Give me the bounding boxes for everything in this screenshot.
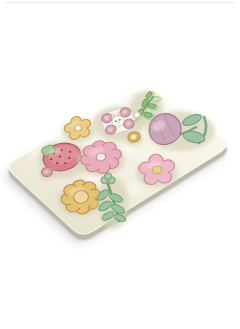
mat-photo-svg	[0, 0, 240, 329]
card-top-edge	[4, 2, 236, 3]
product-photo	[0, 0, 240, 329]
